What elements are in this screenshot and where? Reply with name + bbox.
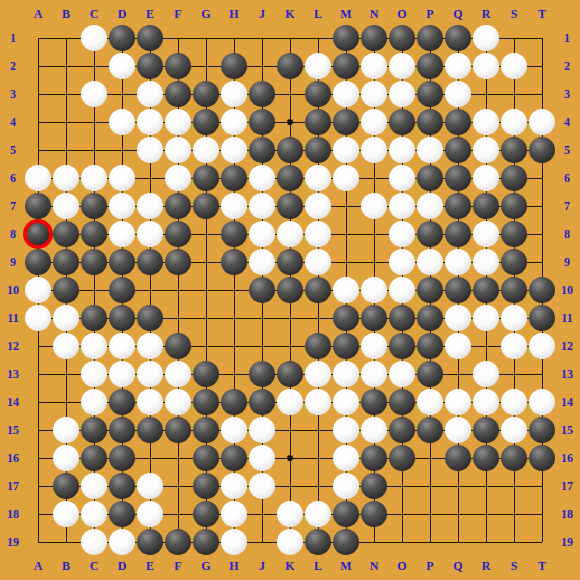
intersection[interactable] <box>136 416 164 444</box>
intersection[interactable] <box>332 24 360 52</box>
intersection[interactable] <box>500 360 528 388</box>
intersection[interactable] <box>528 52 556 80</box>
intersection[interactable] <box>24 80 52 108</box>
intersection[interactable] <box>24 472 52 500</box>
intersection[interactable] <box>388 136 416 164</box>
intersection[interactable] <box>192 444 220 472</box>
intersection[interactable] <box>332 388 360 416</box>
intersection[interactable] <box>136 164 164 192</box>
intersection[interactable] <box>164 52 192 80</box>
intersection[interactable] <box>304 248 332 276</box>
intersection[interactable] <box>500 500 528 528</box>
intersection[interactable] <box>304 528 332 556</box>
intersection[interactable] <box>304 80 332 108</box>
intersection[interactable] <box>360 332 388 360</box>
intersection[interactable] <box>192 80 220 108</box>
intersection[interactable] <box>248 80 276 108</box>
intersection[interactable] <box>444 164 472 192</box>
intersection[interactable] <box>164 24 192 52</box>
intersection[interactable] <box>192 528 220 556</box>
intersection[interactable] <box>500 220 528 248</box>
intersection[interactable] <box>360 220 388 248</box>
intersection[interactable] <box>276 80 304 108</box>
intersection[interactable] <box>192 136 220 164</box>
intersection[interactable] <box>528 136 556 164</box>
intersection[interactable] <box>136 136 164 164</box>
intersection[interactable] <box>332 108 360 136</box>
intersection[interactable] <box>24 164 52 192</box>
intersection[interactable] <box>472 500 500 528</box>
intersection[interactable] <box>416 24 444 52</box>
intersection[interactable] <box>52 108 80 136</box>
intersection[interactable] <box>136 332 164 360</box>
intersection[interactable] <box>136 500 164 528</box>
intersection[interactable] <box>52 388 80 416</box>
intersection[interactable] <box>192 416 220 444</box>
intersection[interactable] <box>388 164 416 192</box>
intersection[interactable] <box>332 52 360 80</box>
intersection[interactable] <box>444 248 472 276</box>
intersection[interactable] <box>444 388 472 416</box>
intersection[interactable] <box>108 360 136 388</box>
intersection[interactable] <box>388 416 416 444</box>
intersection[interactable] <box>136 276 164 304</box>
intersection[interactable] <box>304 52 332 80</box>
intersection[interactable] <box>192 388 220 416</box>
intersection[interactable] <box>136 108 164 136</box>
intersection[interactable] <box>388 108 416 136</box>
intersection[interactable] <box>24 332 52 360</box>
intersection[interactable] <box>136 444 164 472</box>
intersection[interactable] <box>528 500 556 528</box>
intersection[interactable] <box>276 528 304 556</box>
intersection[interactable] <box>444 136 472 164</box>
intersection[interactable] <box>192 220 220 248</box>
intersection[interactable] <box>528 304 556 332</box>
intersection[interactable] <box>192 24 220 52</box>
intersection[interactable] <box>24 108 52 136</box>
intersection[interactable] <box>164 136 192 164</box>
intersection[interactable] <box>472 108 500 136</box>
intersection[interactable] <box>192 248 220 276</box>
intersection[interactable] <box>500 528 528 556</box>
intersection[interactable] <box>332 332 360 360</box>
intersection[interactable] <box>332 164 360 192</box>
intersection[interactable] <box>276 220 304 248</box>
intersection[interactable] <box>360 108 388 136</box>
intersection[interactable] <box>248 248 276 276</box>
intersection[interactable] <box>444 24 472 52</box>
intersection[interactable] <box>304 164 332 192</box>
intersection[interactable] <box>276 136 304 164</box>
intersection[interactable] <box>248 108 276 136</box>
intersection[interactable] <box>136 192 164 220</box>
intersection[interactable] <box>136 360 164 388</box>
intersection[interactable] <box>248 24 276 52</box>
intersection[interactable] <box>164 248 192 276</box>
intersection[interactable] <box>108 80 136 108</box>
intersection[interactable] <box>52 164 80 192</box>
intersection[interactable] <box>136 388 164 416</box>
intersection[interactable] <box>52 192 80 220</box>
intersection[interactable] <box>304 108 332 136</box>
intersection[interactable] <box>360 136 388 164</box>
intersection[interactable] <box>108 220 136 248</box>
intersection[interactable] <box>248 472 276 500</box>
intersection[interactable] <box>332 220 360 248</box>
intersection[interactable] <box>360 276 388 304</box>
intersection[interactable] <box>164 164 192 192</box>
intersection[interactable] <box>276 24 304 52</box>
intersection[interactable] <box>472 360 500 388</box>
intersection[interactable] <box>444 332 472 360</box>
intersection[interactable] <box>220 52 248 80</box>
intersection[interactable] <box>388 388 416 416</box>
intersection[interactable] <box>192 332 220 360</box>
intersection[interactable] <box>304 416 332 444</box>
intersection[interactable] <box>164 444 192 472</box>
intersection[interactable] <box>248 416 276 444</box>
intersection[interactable] <box>472 164 500 192</box>
intersection[interactable] <box>164 332 192 360</box>
intersection[interactable] <box>528 472 556 500</box>
intersection[interactable] <box>444 444 472 472</box>
intersection[interactable] <box>528 360 556 388</box>
intersection[interactable] <box>108 332 136 360</box>
intersection[interactable] <box>220 332 248 360</box>
intersection[interactable] <box>472 304 500 332</box>
intersection[interactable] <box>220 220 248 248</box>
intersection[interactable] <box>416 388 444 416</box>
intersection[interactable] <box>360 80 388 108</box>
intersection[interactable] <box>416 164 444 192</box>
intersection[interactable] <box>332 528 360 556</box>
intersection[interactable] <box>304 276 332 304</box>
intersection[interactable] <box>136 80 164 108</box>
intersection[interactable] <box>416 416 444 444</box>
intersection[interactable] <box>52 528 80 556</box>
intersection[interactable] <box>136 24 164 52</box>
intersection[interactable] <box>472 24 500 52</box>
intersection[interactable] <box>388 500 416 528</box>
intersection[interactable] <box>388 52 416 80</box>
intersection[interactable] <box>24 528 52 556</box>
intersection[interactable] <box>500 24 528 52</box>
intersection[interactable] <box>528 192 556 220</box>
intersection[interactable] <box>276 164 304 192</box>
intersection[interactable] <box>444 220 472 248</box>
intersection[interactable] <box>80 108 108 136</box>
intersection[interactable] <box>276 444 304 472</box>
intersection[interactable] <box>360 52 388 80</box>
intersection[interactable] <box>304 388 332 416</box>
intersection[interactable] <box>24 52 52 80</box>
intersection[interactable] <box>80 24 108 52</box>
intersection[interactable] <box>528 24 556 52</box>
intersection[interactable] <box>24 220 52 248</box>
intersection[interactable] <box>304 332 332 360</box>
intersection[interactable] <box>500 388 528 416</box>
intersection[interactable] <box>388 248 416 276</box>
intersection[interactable] <box>52 500 80 528</box>
intersection[interactable] <box>136 52 164 80</box>
intersection[interactable] <box>388 472 416 500</box>
intersection[interactable] <box>108 388 136 416</box>
intersection[interactable] <box>52 80 80 108</box>
intersection[interactable] <box>332 192 360 220</box>
intersection[interactable] <box>388 444 416 472</box>
intersection[interactable] <box>332 360 360 388</box>
intersection[interactable] <box>248 136 276 164</box>
intersection[interactable] <box>52 304 80 332</box>
intersection[interactable] <box>136 248 164 276</box>
intersection[interactable] <box>528 332 556 360</box>
intersection[interactable] <box>388 24 416 52</box>
intersection[interactable] <box>136 220 164 248</box>
intersection[interactable] <box>192 304 220 332</box>
intersection[interactable] <box>360 416 388 444</box>
intersection[interactable] <box>472 388 500 416</box>
intersection[interactable] <box>472 276 500 304</box>
intersection[interactable] <box>332 248 360 276</box>
intersection[interactable] <box>416 500 444 528</box>
intersection[interactable] <box>108 444 136 472</box>
intersection[interactable] <box>52 24 80 52</box>
intersection[interactable] <box>52 220 80 248</box>
intersection[interactable] <box>416 192 444 220</box>
intersection[interactable] <box>388 304 416 332</box>
intersection[interactable] <box>472 136 500 164</box>
intersection[interactable] <box>472 52 500 80</box>
intersection[interactable] <box>528 108 556 136</box>
intersection[interactable] <box>52 360 80 388</box>
intersection[interactable] <box>416 472 444 500</box>
intersection[interactable] <box>220 360 248 388</box>
intersection[interactable] <box>80 248 108 276</box>
intersection[interactable] <box>220 80 248 108</box>
intersection[interactable] <box>192 192 220 220</box>
intersection[interactable] <box>192 472 220 500</box>
intersection[interactable] <box>304 24 332 52</box>
intersection[interactable] <box>416 108 444 136</box>
intersection[interactable] <box>192 164 220 192</box>
intersection[interactable] <box>332 472 360 500</box>
intersection[interactable] <box>108 248 136 276</box>
intersection[interactable] <box>248 360 276 388</box>
intersection[interactable] <box>108 164 136 192</box>
intersection[interactable] <box>52 248 80 276</box>
intersection[interactable] <box>276 472 304 500</box>
intersection[interactable] <box>276 276 304 304</box>
intersection[interactable] <box>108 500 136 528</box>
intersection[interactable] <box>52 444 80 472</box>
intersection[interactable] <box>220 500 248 528</box>
intersection[interactable] <box>528 248 556 276</box>
intersection[interactable] <box>220 164 248 192</box>
intersection[interactable] <box>500 192 528 220</box>
intersection[interactable] <box>304 220 332 248</box>
intersection[interactable] <box>416 136 444 164</box>
intersection[interactable] <box>332 416 360 444</box>
intersection[interactable] <box>444 80 472 108</box>
intersection[interactable] <box>360 388 388 416</box>
intersection[interactable] <box>108 416 136 444</box>
intersection[interactable] <box>276 332 304 360</box>
intersection[interactable] <box>80 332 108 360</box>
intersection[interactable] <box>24 24 52 52</box>
intersection[interactable] <box>164 80 192 108</box>
intersection[interactable] <box>416 304 444 332</box>
intersection[interactable] <box>80 80 108 108</box>
intersection[interactable] <box>248 500 276 528</box>
intersection[interactable] <box>416 276 444 304</box>
intersection[interactable] <box>80 528 108 556</box>
intersection[interactable] <box>108 108 136 136</box>
intersection[interactable] <box>304 304 332 332</box>
intersection[interactable] <box>136 528 164 556</box>
intersection[interactable] <box>528 388 556 416</box>
intersection[interactable] <box>332 304 360 332</box>
intersection[interactable] <box>444 276 472 304</box>
intersection[interactable] <box>388 276 416 304</box>
intersection[interactable] <box>80 164 108 192</box>
intersection[interactable] <box>388 528 416 556</box>
intersection[interactable] <box>164 108 192 136</box>
intersection[interactable] <box>80 360 108 388</box>
intersection[interactable] <box>528 276 556 304</box>
intersection[interactable] <box>164 192 192 220</box>
intersection[interactable] <box>24 444 52 472</box>
intersection[interactable] <box>276 500 304 528</box>
intersection[interactable] <box>136 472 164 500</box>
intersection[interactable] <box>444 360 472 388</box>
intersection[interactable] <box>500 164 528 192</box>
intersection[interactable] <box>360 304 388 332</box>
intersection[interactable] <box>220 472 248 500</box>
intersection[interactable] <box>192 52 220 80</box>
intersection[interactable] <box>500 248 528 276</box>
intersection[interactable] <box>248 220 276 248</box>
intersection[interactable] <box>276 388 304 416</box>
intersection[interactable] <box>500 444 528 472</box>
intersection[interactable] <box>108 304 136 332</box>
intersection[interactable] <box>472 444 500 472</box>
intersection[interactable] <box>52 332 80 360</box>
intersection[interactable] <box>304 136 332 164</box>
intersection[interactable] <box>360 192 388 220</box>
intersection[interactable] <box>80 388 108 416</box>
intersection[interactable] <box>276 52 304 80</box>
intersection[interactable] <box>528 220 556 248</box>
intersection[interactable] <box>500 136 528 164</box>
intersection[interactable] <box>276 192 304 220</box>
intersection[interactable] <box>192 108 220 136</box>
intersection[interactable] <box>108 52 136 80</box>
intersection[interactable] <box>360 500 388 528</box>
intersection[interactable] <box>220 416 248 444</box>
intersection[interactable] <box>528 444 556 472</box>
intersection[interactable] <box>444 500 472 528</box>
intersection[interactable] <box>500 108 528 136</box>
intersection[interactable] <box>108 472 136 500</box>
intersection[interactable] <box>360 360 388 388</box>
intersection[interactable] <box>164 528 192 556</box>
intersection[interactable] <box>360 472 388 500</box>
intersection[interactable] <box>528 164 556 192</box>
intersection[interactable] <box>80 416 108 444</box>
intersection[interactable] <box>248 388 276 416</box>
intersection[interactable] <box>164 416 192 444</box>
intersection[interactable] <box>276 416 304 444</box>
intersection[interactable] <box>332 500 360 528</box>
intersection[interactable] <box>444 108 472 136</box>
intersection[interactable] <box>276 248 304 276</box>
intersection[interactable] <box>528 416 556 444</box>
intersection[interactable] <box>416 248 444 276</box>
intersection[interactable] <box>360 24 388 52</box>
intersection[interactable] <box>80 472 108 500</box>
intersection[interactable] <box>108 192 136 220</box>
intersection[interactable] <box>360 248 388 276</box>
intersection[interactable] <box>472 472 500 500</box>
intersection[interactable] <box>416 444 444 472</box>
intersection[interactable] <box>164 472 192 500</box>
intersection[interactable] <box>304 472 332 500</box>
intersection[interactable] <box>444 472 472 500</box>
intersection[interactable] <box>388 192 416 220</box>
intersection[interactable] <box>500 304 528 332</box>
intersection[interactable] <box>248 164 276 192</box>
intersection[interactable] <box>164 388 192 416</box>
intersection[interactable] <box>472 220 500 248</box>
intersection[interactable] <box>80 220 108 248</box>
intersection[interactable] <box>220 108 248 136</box>
intersection[interactable] <box>472 332 500 360</box>
intersection[interactable] <box>416 220 444 248</box>
intersection[interactable] <box>276 360 304 388</box>
intersection[interactable] <box>164 360 192 388</box>
intersection[interactable] <box>388 80 416 108</box>
intersection[interactable] <box>248 304 276 332</box>
intersection[interactable] <box>416 360 444 388</box>
intersection[interactable] <box>332 276 360 304</box>
intersection[interactable] <box>192 276 220 304</box>
intersection[interactable] <box>472 248 500 276</box>
intersection[interactable] <box>472 416 500 444</box>
intersection[interactable] <box>332 136 360 164</box>
intersection[interactable] <box>248 276 276 304</box>
intersection[interactable] <box>80 192 108 220</box>
intersection[interactable] <box>248 192 276 220</box>
intersection[interactable] <box>444 52 472 80</box>
intersection[interactable] <box>248 528 276 556</box>
intersection[interactable] <box>164 304 192 332</box>
intersection[interactable] <box>24 136 52 164</box>
intersection[interactable] <box>24 416 52 444</box>
intersection[interactable] <box>360 164 388 192</box>
intersection[interactable] <box>416 52 444 80</box>
intersection[interactable] <box>52 416 80 444</box>
intersection[interactable] <box>416 332 444 360</box>
intersection[interactable] <box>276 108 304 136</box>
intersection[interactable] <box>444 528 472 556</box>
intersection[interactable] <box>472 80 500 108</box>
intersection[interactable] <box>248 52 276 80</box>
intersection[interactable] <box>220 276 248 304</box>
intersection[interactable] <box>108 136 136 164</box>
intersection[interactable] <box>500 80 528 108</box>
intersection[interactable] <box>80 500 108 528</box>
